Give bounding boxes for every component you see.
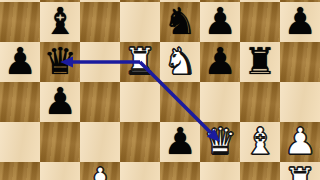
piece-white-pawn-h4[interactable]: ♟ (280, 122, 320, 162)
square-f6[interactable]: ♟ (200, 42, 240, 82)
piece-white-rook-h3[interactable]: ♜ (280, 162, 320, 180)
piece-white-knight-e6[interactable]: ♞ (160, 42, 200, 82)
piece-black-knight-e7[interactable]: ♞ (160, 2, 200, 42)
square-b4[interactable] (40, 122, 80, 162)
piece-black-rook-g6[interactable]: ♜ (240, 42, 280, 82)
piece-black-pawn-f6[interactable]: ♟ (200, 42, 240, 82)
square-c3[interactable]: ♟ (80, 162, 120, 180)
square-e4[interactable]: ♟ (160, 122, 200, 162)
square-e3[interactable] (160, 162, 200, 180)
square-a7[interactable] (0, 2, 40, 42)
square-f3[interactable] (200, 162, 240, 180)
square-g4[interactable]: ♝ (240, 122, 280, 162)
square-e5[interactable] (160, 82, 200, 122)
square-g7[interactable] (240, 2, 280, 42)
square-c7[interactable] (80, 2, 120, 42)
square-b5[interactable]: ♟ (40, 82, 80, 122)
square-f5[interactable] (200, 82, 240, 122)
square-b6[interactable]: ♛ (40, 42, 80, 82)
square-a5[interactable] (0, 82, 40, 122)
square-h6[interactable] (280, 42, 320, 82)
square-d6[interactable]: ♜ (120, 42, 160, 82)
piece-black-queen-b6[interactable]: ♛ (40, 42, 80, 82)
square-b3[interactable] (40, 162, 80, 180)
piece-white-rook-d6[interactable]: ♜ (120, 42, 160, 82)
square-e7[interactable]: ♞ (160, 2, 200, 42)
square-d3[interactable] (120, 162, 160, 180)
square-c6[interactable] (80, 42, 120, 82)
square-f4[interactable]: ♛ (200, 122, 240, 162)
square-a4[interactable] (0, 122, 40, 162)
square-d4[interactable] (120, 122, 160, 162)
square-f7[interactable]: ♟ (200, 2, 240, 42)
piece-white-pawn-c3[interactable]: ♟ (80, 162, 120, 180)
square-b7[interactable]: ♝ (40, 2, 80, 42)
square-g5[interactable] (240, 82, 280, 122)
square-a3[interactable] (0, 162, 40, 180)
piece-white-queen-f4[interactable]: ♛ (200, 122, 240, 162)
square-h7[interactable]: ♟ (280, 2, 320, 42)
square-d5[interactable] (120, 82, 160, 122)
piece-black-pawn-e4[interactable]: ♟ (160, 122, 200, 162)
piece-black-pawn-a6[interactable]: ♟ (0, 42, 40, 82)
chessboard-viewport: ♝♞♟♟♟♛♜♞♟♜♟♟♛♝♟♟♜ (0, 0, 320, 180)
piece-black-bishop-b7[interactable]: ♝ (40, 2, 80, 42)
square-d7[interactable] (120, 2, 160, 42)
square-h4[interactable]: ♟ (280, 122, 320, 162)
piece-black-pawn-f7[interactable]: ♟ (200, 2, 240, 42)
square-h3[interactable]: ♜ (280, 162, 320, 180)
square-h5[interactable] (280, 82, 320, 122)
piece-white-bishop-g4[interactable]: ♝ (240, 122, 280, 162)
piece-black-pawn-b5[interactable]: ♟ (40, 82, 80, 122)
square-a6[interactable]: ♟ (0, 42, 40, 82)
square-g6[interactable]: ♜ (240, 42, 280, 82)
square-c4[interactable] (80, 122, 120, 162)
square-g3[interactable] (240, 162, 280, 180)
piece-black-pawn-h7[interactable]: ♟ (280, 2, 320, 42)
square-c5[interactable] (80, 82, 120, 122)
chess-board: ♝♞♟♟♟♛♜♞♟♜♟♟♛♝♟♟♜ (0, 0, 320, 180)
square-e6[interactable]: ♞ (160, 42, 200, 82)
